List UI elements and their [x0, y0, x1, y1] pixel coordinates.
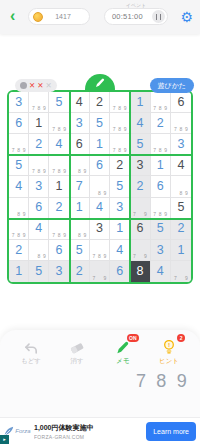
cell-value: 6	[35, 201, 42, 214]
cell-value: 1	[35, 117, 42, 130]
ad-info-icon[interactable]: ▸	[0, 435, 9, 444]
cell-r3c3[interactable]: 4	[49, 134, 69, 155]
numpad-3	[49, 366, 69, 396]
pencil-marks: 79	[171, 275, 191, 281]
cell-r2c2[interactable]: 1	[29, 113, 49, 134]
cell-r3c8[interactable]: 789	[151, 134, 171, 155]
cell-r4c5[interactable]: 6	[90, 155, 110, 176]
cell-r9c8[interactable]: 4	[151, 261, 171, 282]
cell-value: 1	[56, 180, 63, 193]
pencil-marks: 789	[49, 126, 68, 132]
cell-value: 4	[56, 138, 63, 151]
ad-domain: FORZA-GRAN.COM	[34, 434, 146, 440]
cell-r4c9[interactable]: 4	[171, 155, 191, 176]
cell-r3c4[interactable]: 6	[70, 134, 90, 155]
numpad-6	[110, 366, 130, 396]
cell-value: 5	[96, 117, 103, 130]
cell-r8c3[interactable]: 6	[49, 240, 69, 261]
memo-toggle-button[interactable]: ON メモ	[103, 337, 143, 366]
pencil-marks: 79	[90, 275, 109, 281]
cell-value: 1	[96, 138, 103, 151]
mistake-x-mark: ✕	[29, 79, 35, 92]
cell-value: 3	[56, 265, 63, 278]
cell-r1c4[interactable]: 4	[70, 92, 90, 113]
selected-cell-value: 8	[136, 265, 143, 278]
undo-button[interactable]: もどす	[11, 337, 51, 366]
event-timer: 00:51:00	[104, 8, 168, 25]
cell-r9c3[interactable]: 3	[49, 261, 69, 282]
cell-value: 5	[116, 180, 123, 193]
cell-value: 5	[35, 265, 42, 278]
cell-value: 6	[56, 244, 63, 257]
cell-value: 2	[35, 138, 42, 151]
pencil-marks: 789	[90, 253, 109, 259]
pencil-marks: 789	[49, 168, 68, 174]
cell-value: 5	[136, 138, 143, 151]
cell-value: 1	[157, 159, 164, 172]
cell-value: 4	[96, 201, 103, 214]
hint-count-badge: 2	[177, 334, 185, 342]
cell-r8c1[interactable]: 2	[9, 240, 29, 261]
pencil-marks: 789	[151, 147, 170, 153]
coin-icon	[33, 12, 43, 22]
cell-r8c8[interactable]: 3	[151, 240, 171, 261]
cell-value: 5	[56, 96, 63, 109]
cell-r2c3[interactable]: 789	[49, 113, 69, 134]
cell-value: 3	[116, 201, 123, 214]
pencil-marks: 789	[29, 105, 48, 111]
numpad-7[interactable]: 7	[131, 366, 151, 396]
cell-r3c2[interactable]: 2	[29, 134, 49, 155]
pencil-marks: 789	[110, 147, 129, 153]
cell-r7c7[interactable]: 6	[130, 219, 150, 240]
cell-value: 2	[177, 222, 184, 235]
pencil-marks: 789	[171, 126, 191, 132]
cell-r7c6[interactable]: 1	[110, 219, 130, 240]
hint-label: ヒント	[149, 357, 189, 366]
cell-r2c4[interactable]: 3	[70, 113, 90, 134]
cell-r1c3[interactable]: 5	[49, 92, 69, 113]
pause-button[interactable]	[152, 10, 165, 23]
pencil-marks: 789	[110, 105, 129, 111]
cell-r7c8[interactable]: 5	[151, 219, 171, 240]
pencil-marks: 89	[171, 190, 191, 196]
cell-value: 1	[116, 222, 123, 235]
cell-value: 6	[96, 159, 103, 172]
erase-button[interactable]: 消す	[57, 337, 97, 366]
cell-r4c7[interactable]: 3	[130, 155, 150, 176]
cell-r7c4[interactable]: 89	[70, 219, 90, 240]
pencil-icon	[94, 77, 106, 89]
sudoku-app: { "game": "sudoku", "position": "3.542.1…	[0, 0, 200, 444]
cell-value: 3	[136, 159, 143, 172]
cell-r6c7[interactable]: 79	[130, 198, 150, 219]
mistake-x-mark: ✕	[37, 79, 43, 92]
cell-r1c5[interactable]: 2	[90, 92, 110, 113]
cell-r5c4[interactable]: 7	[70, 176, 90, 197]
ad-cta-button[interactable]: Learn more	[146, 422, 196, 441]
pause-icon	[156, 14, 161, 20]
cell-value: 2	[76, 265, 83, 278]
pencil-marks: 89	[90, 190, 109, 196]
cell-r1c2[interactable]: 789	[29, 92, 49, 113]
cell-r4c2[interactable]: 789	[29, 155, 49, 176]
cell-r3c7[interactable]: 5	[130, 134, 150, 155]
cell-r1c7[interactable]: 1	[130, 92, 150, 113]
pencil-marks: 89	[70, 168, 89, 174]
cell-r4c6[interactable]: 2	[110, 155, 130, 176]
cell-r9c1[interactable]: 1	[9, 261, 29, 282]
coin-counter[interactable]: 1417	[28, 8, 90, 25]
advertiser-name: Forza	[15, 428, 30, 434]
cell-r5c9[interactable]: 89	[171, 176, 191, 197]
cell-r6c1[interactable]: 89	[9, 198, 29, 219]
cell-r6c9[interactable]: 5	[171, 198, 191, 219]
numpad-4	[69, 366, 89, 396]
cell-value: 3	[35, 180, 42, 193]
pencil-marks: 789	[110, 126, 129, 132]
how-to-play-button[interactable]: 遊びかた	[150, 78, 195, 93]
eraser-icon	[57, 337, 97, 355]
cell-value: 6	[177, 96, 184, 109]
cell-r9c7[interactable]: 8	[130, 261, 150, 282]
cell-value: 6	[157, 180, 164, 193]
cell-r9c6[interactable]: 6	[110, 261, 130, 282]
memo-on-badge: ON	[127, 334, 140, 342]
cell-r5c5[interactable]: 89	[90, 176, 110, 197]
pencil-marks: 789	[151, 211, 170, 217]
cell-value: 2	[56, 201, 63, 214]
cell-r9c5[interactable]: 79	[90, 261, 110, 282]
cell-r5c3[interactable]: 1	[49, 176, 69, 197]
sudoku-grid: 3789542789178966178935789427897892461789…	[7, 90, 193, 284]
cell-r6c6[interactable]: 3	[110, 198, 130, 219]
cell-r8c5[interactable]: 789	[90, 240, 110, 261]
cell-value: 3	[15, 96, 22, 109]
cell-r4c8[interactable]: 1	[151, 155, 171, 176]
pencil-marks: 789	[29, 168, 48, 174]
cell-r1c9[interactable]: 6	[171, 92, 191, 113]
cell-r2c9[interactable]: 789	[171, 113, 191, 134]
pencil-marks: 89	[29, 253, 48, 259]
numpad-8[interactable]: 8	[151, 366, 171, 396]
cell-r1c6[interactable]: 789	[110, 92, 130, 113]
cell-value: 4	[15, 180, 22, 193]
cell-r1c1[interactable]: 3	[9, 92, 29, 113]
cell-value: 6	[76, 138, 83, 151]
cell-r7c5[interactable]: 3	[90, 219, 110, 240]
ad-banner[interactable]: Forza 1,000円体験実施中 FORZA-GRAN.COM Learn m…	[0, 417, 200, 444]
numpad-1	[8, 366, 28, 396]
cell-r3c6[interactable]: 789	[110, 134, 130, 155]
cell-r2c7[interactable]: 4	[130, 113, 150, 134]
svg-text:!: !	[168, 341, 170, 348]
cell-value: 3	[76, 117, 83, 130]
hint-button[interactable]: ! 2 ヒント	[149, 337, 189, 366]
cell-value: 2	[116, 159, 123, 172]
cell-r7c1[interactable]: 789	[9, 219, 29, 240]
pencil-marks: 89	[70, 232, 89, 238]
numpad-2	[28, 366, 48, 396]
erase-label: 消す	[57, 357, 97, 366]
cell-r8c7[interactable]: 79	[130, 240, 150, 261]
cell-r8c2[interactable]: 89	[29, 240, 49, 261]
cell-r3c1[interactable]: 789	[9, 134, 29, 155]
undo-icon	[11, 337, 51, 355]
cell-value: 4	[157, 265, 164, 278]
cell-r7c3[interactable]: 789	[49, 219, 69, 240]
pencil-marks: 789	[151, 105, 170, 111]
cell-r2c6[interactable]: 789	[110, 113, 130, 134]
numpad-9[interactable]: 9	[172, 366, 192, 396]
pencil-marks: 789	[9, 232, 28, 238]
timer-value: 00:51:00	[105, 12, 143, 21]
cell-value: 2	[15, 244, 22, 257]
ad-text: 1,000円体験実施中 FORZA-GRAN.COM	[34, 423, 146, 440]
cell-r3c5[interactable]: 1	[90, 134, 110, 155]
cell-r4c1[interactable]: 5	[9, 155, 29, 176]
cell-r9c9[interactable]: 79	[171, 261, 191, 282]
pencil-marks: 89	[9, 211, 28, 217]
cell-value: 4	[116, 244, 123, 257]
cell-r5c1[interactable]: 4	[9, 176, 29, 197]
cell-value: 2	[96, 96, 103, 109]
cell-value: 2	[157, 117, 164, 130]
cell-value: 5	[76, 244, 83, 257]
number-pad: 789	[8, 366, 192, 396]
top-bar: ‹ 1417 イベント 00:51:00 ⚙	[0, 0, 200, 34]
settings-gear-icon[interactable]: ⚙	[180, 7, 193, 27]
pencil-marks: 789	[49, 232, 68, 238]
cell-r8c9[interactable]: 1	[171, 240, 191, 261]
memo-label: メモ	[103, 357, 143, 366]
cell-r5c8[interactable]: 6	[151, 176, 171, 197]
mistake-x-mark: ✕	[46, 79, 52, 92]
cell-value: 6	[116, 265, 123, 278]
cell-r9c2[interactable]: 5	[29, 261, 49, 282]
cell-value: 5	[15, 159, 22, 172]
cell-r2c5[interactable]: 5	[90, 113, 110, 134]
back-button[interactable]: ‹	[10, 6, 15, 26]
cell-value: 1	[76, 201, 83, 214]
cell-r6c2[interactable]: 6	[29, 198, 49, 219]
cell-r9c4[interactable]: 2	[70, 261, 90, 282]
cell-value: 3	[157, 244, 164, 257]
cell-value: 4	[136, 117, 143, 130]
cell-value: 4	[35, 222, 42, 235]
cell-r6c4[interactable]: 1	[70, 198, 90, 219]
cell-r8c4[interactable]: 5	[70, 240, 90, 261]
cell-value: 1	[177, 244, 184, 257]
cell-value: 4	[76, 96, 83, 109]
cell-r2c8[interactable]: 2	[151, 113, 171, 134]
undo-label: もどす	[11, 357, 51, 366]
cell-r8c6[interactable]: 4	[110, 240, 130, 261]
cell-value: 6	[136, 222, 143, 235]
cell-value: 6	[15, 117, 22, 130]
cell-value: 3	[177, 138, 184, 151]
cell-r5c6[interactable]: 5	[110, 176, 130, 197]
cell-r6c5[interactable]: 4	[90, 198, 110, 219]
cell-value: 1	[15, 265, 22, 278]
cell-r6c8[interactable]: 789	[151, 198, 171, 219]
cell-value: 4	[177, 159, 184, 172]
mistakes-indicator: ✕✕✕	[15, 79, 57, 92]
cell-value: 5	[157, 222, 164, 235]
cell-value: 1	[136, 96, 143, 109]
mistakes-icon	[20, 82, 27, 89]
cell-r4c3[interactable]: 789	[49, 155, 69, 176]
cell-r4c4[interactable]: 89	[70, 155, 90, 176]
pencil-marks: 79	[130, 253, 149, 259]
cell-r1c8[interactable]: 789	[151, 92, 171, 113]
cell-r3c9[interactable]: 3	[171, 134, 191, 155]
cell-r7c9[interactable]: 2	[171, 219, 191, 240]
cell-r7c2[interactable]: 4	[29, 219, 49, 240]
cell-value: 2	[136, 180, 143, 193]
cell-r6c3[interactable]: 2	[49, 198, 69, 219]
cell-r5c2[interactable]: 3	[29, 176, 49, 197]
cell-r5c7[interactable]: 2	[130, 176, 150, 197]
cell-value: 5	[177, 201, 184, 214]
ad-title: 1,000円体験実施中	[34, 423, 146, 433]
pencil-marks: 79	[130, 211, 149, 217]
cell-value: 3	[96, 222, 103, 235]
numpad-5	[90, 366, 110, 396]
cell-value: 7	[76, 180, 83, 193]
pencil-marks: 789	[9, 147, 28, 153]
coin-count: 1417	[43, 13, 89, 20]
cell-r2c1[interactable]: 6	[9, 113, 29, 134]
